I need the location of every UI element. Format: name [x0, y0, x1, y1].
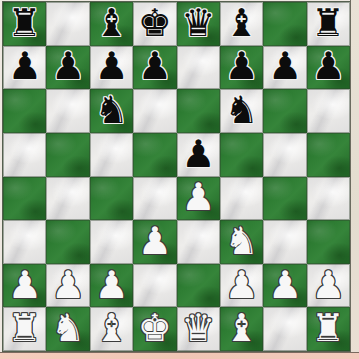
square-g6[interactable] [263, 89, 306, 133]
square-e6[interactable] [177, 89, 220, 133]
square-h4[interactable] [307, 177, 350, 221]
square-h8[interactable]: ♜ [307, 2, 350, 46]
square-h7[interactable]: ♟ [307, 46, 350, 90]
black-pawn[interactable]: ♟ [181, 135, 215, 173]
square-d8[interactable]: ♚ [133, 2, 176, 46]
white-queen[interactable]: ♛ [181, 309, 215, 347]
square-h1[interactable]: ♜ [307, 307, 350, 351]
black-pawn[interactable]: ♟ [138, 47, 172, 85]
white-rook[interactable]: ♜ [8, 309, 42, 347]
black-pawn[interactable]: ♟ [268, 47, 302, 85]
square-b5[interactable] [46, 133, 89, 177]
black-pawn[interactable]: ♟ [51, 47, 85, 85]
square-a1[interactable]: ♜ [3, 307, 46, 351]
black-pawn[interactable]: ♟ [311, 47, 345, 85]
black-knight[interactable]: ♞ [225, 91, 259, 129]
square-e3[interactable] [177, 220, 220, 264]
square-a4[interactable] [3, 177, 46, 221]
square-c8[interactable]: ♝ [90, 2, 133, 46]
square-g3[interactable] [263, 220, 306, 264]
square-g8[interactable] [263, 2, 306, 46]
square-f5[interactable] [220, 133, 263, 177]
square-c5[interactable] [90, 133, 133, 177]
black-pawn[interactable]: ♟ [225, 47, 259, 85]
white-pawn[interactable]: ♟ [311, 266, 345, 304]
square-e1[interactable]: ♛ [177, 307, 220, 351]
square-a8[interactable]: ♜ [3, 2, 46, 46]
square-d7[interactable]: ♟ [133, 46, 176, 90]
square-d2[interactable] [133, 264, 176, 308]
white-bishop[interactable]: ♝ [225, 309, 259, 347]
white-bishop[interactable]: ♝ [94, 309, 128, 347]
square-f2[interactable]: ♟ [220, 264, 263, 308]
square-g4[interactable] [263, 177, 306, 221]
square-g7[interactable]: ♟ [263, 46, 306, 90]
square-a2[interactable]: ♟ [3, 264, 46, 308]
square-g5[interactable] [263, 133, 306, 177]
black-bishop[interactable]: ♝ [94, 4, 128, 42]
square-d6[interactable] [133, 89, 176, 133]
white-knight[interactable]: ♞ [225, 222, 259, 260]
square-a3[interactable] [3, 220, 46, 264]
square-d1[interactable]: ♚ [133, 307, 176, 351]
square-h6[interactable] [307, 89, 350, 133]
square-b2[interactable]: ♟ [46, 264, 89, 308]
white-pawn[interactable]: ♟ [8, 266, 42, 304]
black-rook[interactable]: ♜ [8, 4, 42, 42]
square-g1[interactable] [263, 307, 306, 351]
square-f3[interactable]: ♞ [220, 220, 263, 264]
square-d5[interactable] [133, 133, 176, 177]
black-pawn[interactable]: ♟ [94, 47, 128, 85]
board-bottom-margin [0, 352, 359, 359]
black-rook[interactable]: ♜ [311, 4, 345, 42]
square-c7[interactable]: ♟ [90, 46, 133, 90]
chess-board: ♜♝♚♛♝♜♟♟♟♟♟♟♟♞♞♟♟♟♞♟♟♟♟♟♟♜♞♝♚♛♝♜ [2, 1, 351, 352]
white-pawn[interactable]: ♟ [268, 266, 302, 304]
square-a5[interactable] [3, 133, 46, 177]
black-bishop[interactable]: ♝ [225, 4, 259, 42]
square-e2[interactable] [177, 264, 220, 308]
chessboard-screenshot: ♜♝♚♛♝♜♟♟♟♟♟♟♟♞♞♟♟♟♞♟♟♟♟♟♟♜♞♝♚♛♝♜ [0, 0, 359, 359]
square-b4[interactable] [46, 177, 89, 221]
square-a6[interactable] [3, 89, 46, 133]
square-b6[interactable] [46, 89, 89, 133]
black-pawn[interactable]: ♟ [8, 47, 42, 85]
square-g2[interactable]: ♟ [263, 264, 306, 308]
square-b3[interactable] [46, 220, 89, 264]
square-b7[interactable]: ♟ [46, 46, 89, 90]
square-f1[interactable]: ♝ [220, 307, 263, 351]
white-pawn[interactable]: ♟ [225, 266, 259, 304]
square-e5[interactable]: ♟ [177, 133, 220, 177]
white-pawn[interactable]: ♟ [181, 178, 215, 216]
white-king[interactable]: ♚ [138, 309, 172, 347]
white-pawn[interactable]: ♟ [51, 266, 85, 304]
square-c3[interactable] [90, 220, 133, 264]
square-h3[interactable] [307, 220, 350, 264]
square-e7[interactable] [177, 46, 220, 90]
white-pawn[interactable]: ♟ [94, 266, 128, 304]
square-f7[interactable]: ♟ [220, 46, 263, 90]
black-queen[interactable]: ♛ [181, 4, 215, 42]
square-e8[interactable]: ♛ [177, 2, 220, 46]
white-pawn[interactable]: ♟ [138, 222, 172, 260]
square-d3[interactable]: ♟ [133, 220, 176, 264]
black-king[interactable]: ♚ [138, 4, 172, 42]
square-e4[interactable]: ♟ [177, 177, 220, 221]
square-h2[interactable]: ♟ [307, 264, 350, 308]
board-right-margin [350, 0, 359, 359]
square-c4[interactable] [90, 177, 133, 221]
black-knight[interactable]: ♞ [94, 91, 128, 129]
square-c1[interactable]: ♝ [90, 307, 133, 351]
square-b8[interactable] [46, 2, 89, 46]
square-f6[interactable]: ♞ [220, 89, 263, 133]
square-h5[interactable] [307, 133, 350, 177]
square-f8[interactable]: ♝ [220, 2, 263, 46]
square-a7[interactable]: ♟ [3, 46, 46, 90]
square-f4[interactable] [220, 177, 263, 221]
white-knight[interactable]: ♞ [51, 309, 85, 347]
square-d4[interactable] [133, 177, 176, 221]
white-rook[interactable]: ♜ [311, 309, 345, 347]
square-b1[interactable]: ♞ [46, 307, 89, 351]
square-c6[interactable]: ♞ [90, 89, 133, 133]
square-c2[interactable]: ♟ [90, 264, 133, 308]
